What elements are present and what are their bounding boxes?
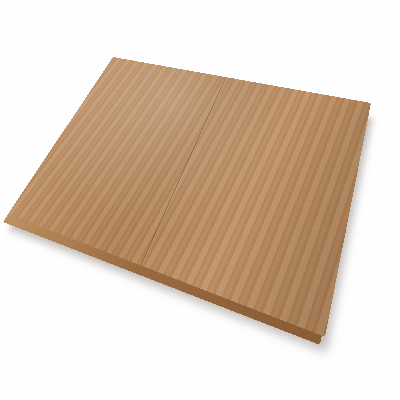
board-fold-seam (140, 77, 226, 266)
photo-background (0, 0, 400, 400)
